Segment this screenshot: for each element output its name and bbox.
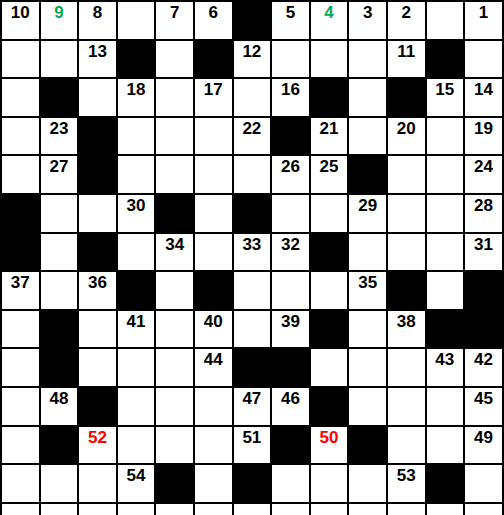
white-cell[interactable] [465, 41, 502, 78]
black-cell [118, 272, 155, 309]
white-cell[interactable] [41, 195, 78, 232]
clue-number: 16 [272, 79, 309, 100]
white-cell[interactable]: 42 [465, 349, 502, 386]
white-cell[interactable] [272, 465, 309, 502]
white-cell[interactable] [349, 41, 386, 78]
white-cell[interactable] [156, 272, 193, 309]
clue-number: 30 [118, 195, 155, 216]
white-cell[interactable] [311, 349, 348, 386]
black-cell [272, 349, 309, 386]
black-cell [349, 156, 386, 193]
clue-number: 3 [349, 2, 386, 23]
white-cell[interactable] [2, 504, 39, 515]
clue-number: 42 [465, 349, 502, 370]
white-cell[interactable] [234, 156, 271, 193]
clue-number: 39 [272, 311, 309, 332]
white-cell[interactable] [465, 504, 502, 515]
white-cell[interactable]: 15 [427, 79, 464, 116]
white-cell[interactable] [2, 349, 39, 386]
white-cell[interactable] [465, 465, 502, 502]
white-cell[interactable] [195, 195, 232, 232]
clue-number: 27 [41, 156, 78, 177]
white-cell[interactable]: 8 [79, 2, 116, 39]
white-cell[interactable]: 36 [79, 272, 116, 309]
white-cell[interactable] [118, 2, 155, 39]
white-cell[interactable]: 52 [79, 427, 116, 464]
clue-number: 22 [234, 118, 271, 139]
black-cell [41, 311, 78, 348]
black-cell [311, 79, 348, 116]
white-cell[interactable] [234, 311, 271, 348]
clue-number: 53 [388, 465, 425, 486]
clue-number: 38 [388, 311, 425, 332]
white-cell[interactable]: 4 [311, 2, 348, 39]
black-cell [79, 156, 116, 193]
white-cell[interactable] [349, 388, 386, 425]
white-cell[interactable] [234, 79, 271, 116]
white-cell[interactable] [311, 272, 348, 309]
white-cell[interactable]: 50 [311, 427, 348, 464]
white-cell[interactable] [195, 234, 232, 271]
crossword-board: 1098765432113121118171615142322212019272… [0, 0, 504, 515]
white-cell[interactable] [427, 156, 464, 193]
clue-number: 36 [79, 272, 116, 293]
white-cell[interactable] [388, 156, 425, 193]
white-cell[interactable] [388, 504, 425, 515]
white-cell[interactable]: 48 [41, 388, 78, 425]
black-cell [41, 427, 78, 464]
white-cell[interactable] [2, 465, 39, 502]
white-cell[interactable]: 37 [2, 272, 39, 309]
clue-number: 18 [118, 79, 155, 100]
white-cell[interactable]: 19 [465, 118, 502, 155]
black-cell [272, 118, 309, 155]
white-cell[interactable] [156, 41, 193, 78]
white-cell[interactable]: 21 [311, 118, 348, 155]
clue-number: 21 [311, 118, 348, 139]
white-cell[interactable] [311, 465, 348, 502]
white-cell[interactable] [79, 79, 116, 116]
clue-number: 51 [234, 427, 271, 448]
clue-number: 25 [311, 156, 348, 177]
white-cell[interactable] [195, 118, 232, 155]
white-cell[interactable] [349, 118, 386, 155]
black-cell [311, 388, 348, 425]
white-cell[interactable] [349, 79, 386, 116]
white-cell[interactable] [156, 156, 193, 193]
white-cell[interactable]: 29 [349, 195, 386, 232]
white-cell[interactable]: 35 [349, 272, 386, 309]
white-cell[interactable]: 14 [465, 79, 502, 116]
white-cell[interactable]: 7 [156, 2, 193, 39]
black-cell [118, 41, 155, 78]
white-cell[interactable] [118, 156, 155, 193]
black-cell [234, 195, 271, 232]
white-cell[interactable]: 38 [388, 311, 425, 348]
white-cell[interactable] [195, 156, 232, 193]
white-cell[interactable] [388, 388, 425, 425]
white-cell[interactable]: 46 [272, 388, 309, 425]
white-cell[interactable] [118, 504, 155, 515]
clue-number: 2 [388, 2, 425, 23]
clue-number: 6 [195, 2, 232, 23]
white-cell[interactable] [118, 427, 155, 464]
white-cell[interactable]: 10 [2, 2, 39, 39]
white-cell[interactable] [118, 388, 155, 425]
black-cell [2, 234, 39, 271]
clue-number: 5 [272, 2, 309, 23]
white-cell[interactable] [2, 311, 39, 348]
white-cell[interactable]: 54 [118, 465, 155, 502]
clue-number: 9 [41, 2, 78, 23]
white-cell[interactable]: 31 [465, 234, 502, 271]
clue-number: 13 [79, 41, 116, 62]
white-cell[interactable] [2, 118, 39, 155]
white-cell[interactable] [156, 388, 193, 425]
white-cell[interactable] [234, 504, 271, 515]
black-cell [195, 41, 232, 78]
clue-number: 28 [465, 195, 502, 216]
white-cell[interactable]: 51 [234, 427, 271, 464]
clue-number: 33 [234, 234, 271, 255]
white-cell[interactable]: 18 [118, 79, 155, 116]
white-cell[interactable]: 34 [156, 234, 193, 271]
white-cell[interactable] [156, 118, 193, 155]
clue-number: 41 [118, 311, 155, 332]
clue-number: 35 [349, 272, 386, 293]
white-cell[interactable]: 6 [195, 2, 232, 39]
black-cell [156, 465, 193, 502]
white-cell[interactable] [349, 465, 386, 502]
white-cell[interactable] [427, 388, 464, 425]
white-cell[interactable] [2, 79, 39, 116]
black-cell [195, 272, 232, 309]
white-cell[interactable] [118, 118, 155, 155]
clue-number: 12 [234, 41, 271, 62]
clue-number: 8 [79, 2, 116, 23]
clue-number: 52 [79, 427, 116, 448]
clue-number: 26 [272, 156, 309, 177]
white-cell[interactable] [349, 311, 386, 348]
white-cell[interactable] [2, 41, 39, 78]
white-cell[interactable] [79, 311, 116, 348]
white-cell[interactable] [41, 504, 78, 515]
white-cell[interactable] [427, 118, 464, 155]
black-cell [349, 427, 386, 464]
white-cell[interactable] [349, 349, 386, 386]
white-cell[interactable] [388, 234, 425, 271]
clue-number: 20 [388, 118, 425, 139]
white-cell[interactable] [195, 388, 232, 425]
white-cell[interactable] [388, 195, 425, 232]
clue-number: 48 [41, 388, 78, 409]
white-cell[interactable] [272, 504, 309, 515]
white-cell[interactable] [79, 349, 116, 386]
clue-number: 45 [465, 388, 502, 409]
white-cell[interactable] [156, 427, 193, 464]
clue-number: 40 [195, 311, 232, 332]
white-cell[interactable] [388, 349, 425, 386]
white-cell[interactable] [118, 234, 155, 271]
white-cell[interactable] [2, 388, 39, 425]
clue-number: 34 [156, 234, 193, 255]
white-cell[interactable] [79, 465, 116, 502]
white-cell[interactable]: 45 [465, 388, 502, 425]
white-cell[interactable]: 47 [234, 388, 271, 425]
white-cell[interactable]: 23 [41, 118, 78, 155]
clue-number: 24 [465, 156, 502, 177]
black-cell [427, 465, 464, 502]
black-cell [311, 311, 348, 348]
white-cell[interactable]: 43 [427, 349, 464, 386]
black-cell [41, 79, 78, 116]
white-cell[interactable] [311, 41, 348, 78]
white-cell[interactable]: 41 [118, 311, 155, 348]
black-cell [2, 195, 39, 232]
white-cell[interactable] [427, 2, 464, 39]
white-cell[interactable] [427, 504, 464, 515]
black-cell [79, 118, 116, 155]
clue-number: 7 [156, 2, 193, 23]
black-cell [234, 349, 271, 386]
clue-number: 10 [2, 2, 39, 23]
white-cell[interactable] [311, 195, 348, 232]
white-cell[interactable] [156, 79, 193, 116]
white-cell[interactable] [349, 504, 386, 515]
black-cell [311, 234, 348, 271]
white-cell[interactable] [41, 234, 78, 271]
white-cell[interactable] [156, 504, 193, 515]
white-cell[interactable]: 11 [388, 41, 425, 78]
white-cell[interactable] [195, 427, 232, 464]
clue-number: 17 [195, 79, 232, 100]
clue-number: 11 [388, 41, 425, 62]
white-cell[interactable]: 3 [349, 2, 386, 39]
black-cell [465, 311, 502, 348]
black-cell [427, 311, 464, 348]
white-cell[interactable] [156, 311, 193, 348]
white-cell[interactable] [427, 195, 464, 232]
white-cell[interactable]: 26 [272, 156, 309, 193]
white-cell[interactable]: 12 [234, 41, 271, 78]
white-cell[interactable]: 24 [465, 156, 502, 193]
white-cell[interactable]: 9 [41, 2, 78, 39]
white-cell[interactable]: 22 [234, 118, 271, 155]
white-cell[interactable]: 13 [79, 41, 116, 78]
clue-number: 43 [427, 349, 464, 370]
white-cell[interactable] [272, 272, 309, 309]
clue-number: 50 [311, 427, 348, 448]
white-cell[interactable] [156, 349, 193, 386]
white-cell[interactable]: 30 [118, 195, 155, 232]
white-cell[interactable] [79, 195, 116, 232]
white-cell[interactable] [427, 272, 464, 309]
black-cell [234, 465, 271, 502]
white-cell[interactable]: 17 [195, 79, 232, 116]
white-cell[interactable]: 27 [41, 156, 78, 193]
clue-number: 23 [41, 118, 78, 139]
black-cell [79, 388, 116, 425]
clue-number: 49 [465, 427, 502, 448]
clue-number: 47 [234, 388, 271, 409]
white-cell[interactable]: 40 [195, 311, 232, 348]
white-cell[interactable]: 2 [388, 2, 425, 39]
black-cell [272, 427, 309, 464]
white-cell[interactable] [41, 41, 78, 78]
clue-number: 15 [427, 79, 464, 100]
white-cell[interactable] [79, 504, 116, 515]
white-cell[interactable] [272, 195, 309, 232]
white-cell[interactable]: 44 [195, 349, 232, 386]
white-cell[interactable]: 20 [388, 118, 425, 155]
black-cell [79, 234, 116, 271]
clue-number: 44 [195, 349, 232, 370]
white-cell[interactable]: 25 [311, 156, 348, 193]
white-cell[interactable]: 5 [272, 2, 309, 39]
white-cell[interactable]: 49 [465, 427, 502, 464]
white-cell[interactable] [427, 234, 464, 271]
white-cell[interactable] [427, 427, 464, 464]
white-cell[interactable] [311, 504, 348, 515]
white-cell[interactable] [349, 234, 386, 271]
clue-number: 37 [2, 272, 39, 293]
black-cell [427, 41, 464, 78]
black-cell [156, 195, 193, 232]
clue-number: 4 [311, 2, 348, 23]
white-cell[interactable] [388, 427, 425, 464]
white-cell[interactable]: 28 [465, 195, 502, 232]
clue-number: 31 [465, 234, 502, 255]
white-cell[interactable] [195, 504, 232, 515]
white-cell[interactable] [234, 272, 271, 309]
white-cell[interactable]: 39 [272, 311, 309, 348]
white-cell[interactable]: 32 [272, 234, 309, 271]
white-cell[interactable] [2, 427, 39, 464]
black-cell [388, 79, 425, 116]
white-cell[interactable] [272, 41, 309, 78]
clue-number: 29 [349, 195, 386, 216]
black-cell [465, 272, 502, 309]
white-cell[interactable] [41, 465, 78, 502]
clue-number: 32 [272, 234, 309, 255]
clue-number: 1 [465, 2, 502, 23]
clue-number: 14 [465, 79, 502, 100]
black-cell [388, 272, 425, 309]
clue-number: 46 [272, 388, 309, 409]
white-cell[interactable] [195, 465, 232, 502]
black-cell [41, 349, 78, 386]
white-cell[interactable]: 1 [465, 2, 502, 39]
white-cell[interactable] [2, 156, 39, 193]
black-cell [234, 2, 271, 39]
clue-number: 54 [118, 465, 155, 486]
white-cell[interactable] [118, 349, 155, 386]
white-cell[interactable]: 16 [272, 79, 309, 116]
clue-number: 19 [465, 118, 502, 139]
white-cell[interactable] [41, 272, 78, 309]
white-cell[interactable]: 33 [234, 234, 271, 271]
white-cell[interactable]: 53 [388, 465, 425, 502]
